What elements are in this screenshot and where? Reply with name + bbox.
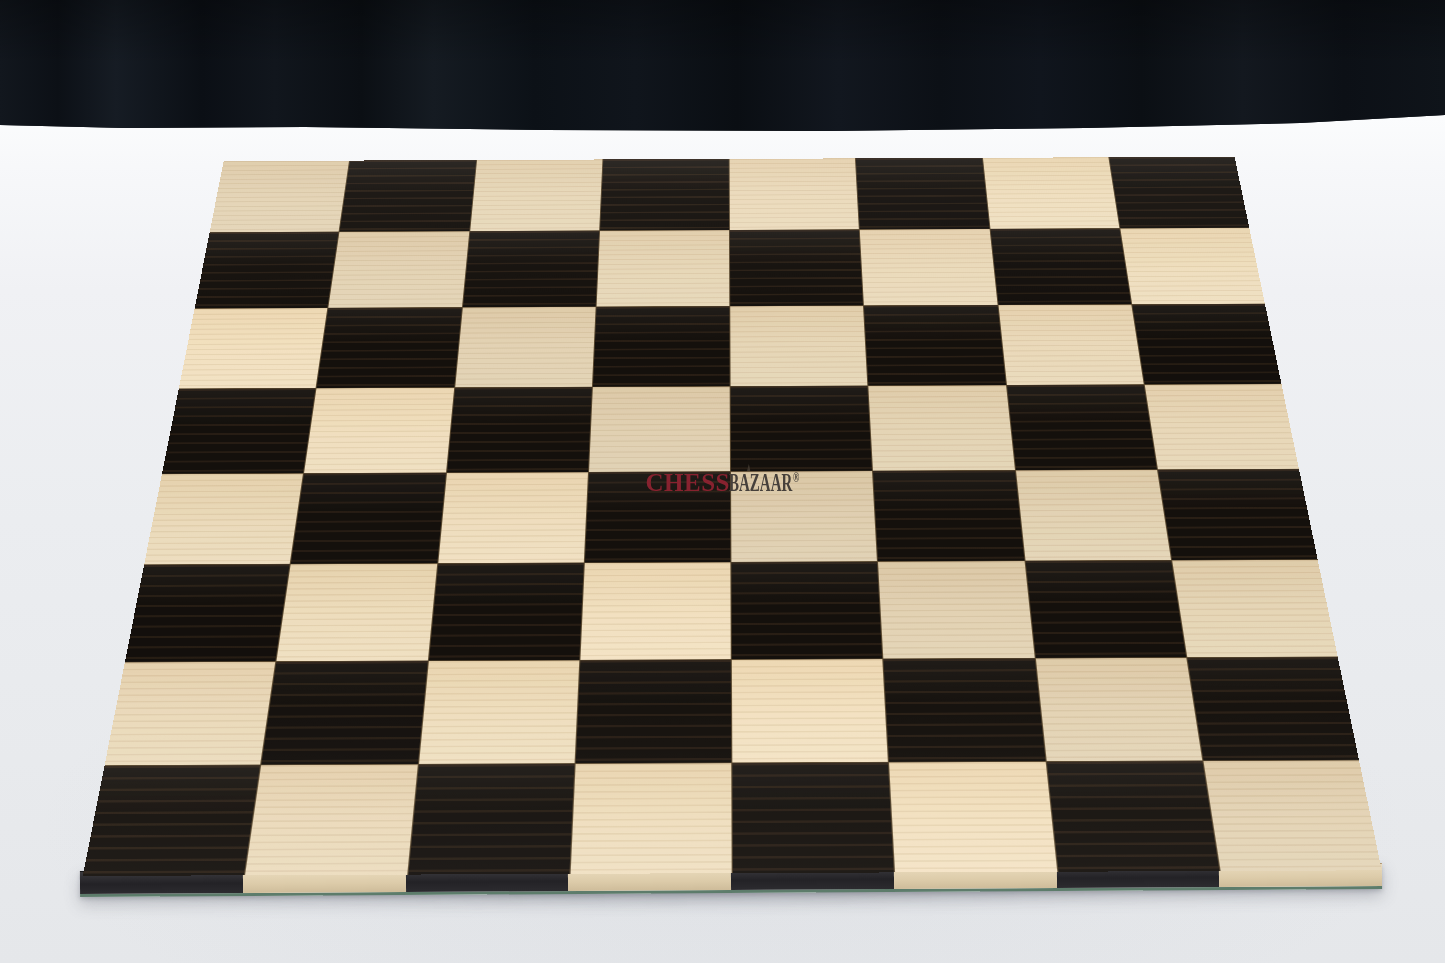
square-c8: [470, 159, 602, 231]
square-f6: [864, 305, 1005, 385]
square-e2: [732, 659, 888, 762]
registered-mark: ®: [793, 470, 799, 485]
square-b4: [291, 473, 446, 564]
square-b2: [262, 661, 428, 765]
square-b1: [245, 764, 417, 875]
square-f5: [869, 385, 1015, 470]
backdrop-curtain: [0, 0, 1445, 136]
square-a5: [162, 388, 316, 473]
square-h2: [1187, 657, 1359, 760]
square-h8: [1109, 157, 1249, 229]
square-a6: [179, 308, 328, 388]
square-g4: [1016, 470, 1171, 561]
square-d2: [575, 659, 731, 762]
square-a3: [125, 565, 290, 662]
square-e3: [731, 562, 882, 659]
square-d3: [580, 563, 731, 660]
square-b8: [340, 160, 476, 232]
square-d5: [589, 386, 730, 471]
square-h3: [1172, 560, 1338, 657]
square-g7: [990, 229, 1131, 305]
chess-board: [83, 157, 1382, 876]
square-g6: [998, 304, 1143, 384]
square-f3: [878, 561, 1034, 658]
square-c3: [428, 563, 583, 660]
square-f7: [860, 229, 997, 305]
square-a2: [105, 661, 276, 765]
square-e8: [730, 158, 859, 230]
square-f1: [889, 762, 1056, 873]
square-f2: [884, 658, 1045, 761]
square-d1: [570, 763, 731, 874]
square-h4: [1158, 469, 1318, 560]
square-c2: [418, 660, 579, 763]
square-f8: [856, 158, 989, 230]
square-a4: [144, 474, 303, 565]
brand-logo-bazaar-wrap: BAZAAR®: [729, 470, 799, 495]
square-c4: [438, 472, 588, 563]
square-g1: [1046, 761, 1219, 872]
square-e7: [730, 230, 863, 306]
square-b5: [304, 388, 453, 473]
square-f4: [873, 471, 1024, 562]
square-e1: [732, 762, 894, 873]
square-d8: [600, 159, 729, 231]
square-a7: [195, 232, 339, 308]
brand-logo-chess-text: CHESS: [646, 470, 730, 495]
square-d6: [593, 306, 730, 386]
square-a1: [83, 765, 261, 876]
square-h5: [1144, 384, 1298, 469]
square-g2: [1035, 658, 1202, 761]
square-d7: [596, 230, 729, 306]
square-h1: [1203, 760, 1382, 871]
square-c6: [455, 307, 596, 387]
brand-logo-bazaar-text: BAZAAR: [729, 469, 792, 496]
square-a8: [210, 161, 350, 233]
square-c1: [408, 764, 574, 875]
square-b3: [277, 564, 437, 661]
square-g3: [1025, 561, 1186, 658]
square-c7: [462, 231, 598, 307]
square-g5: [1007, 385, 1157, 470]
product-photo-stage: CHESS BAZAAR®: [0, 0, 1445, 963]
square-b6: [317, 307, 462, 387]
square-g8: [983, 157, 1120, 229]
square-h6: [1132, 304, 1281, 384]
square-e5: [731, 386, 873, 471]
square-b7: [329, 232, 469, 308]
square-h7: [1120, 228, 1265, 304]
square-e6: [730, 306, 867, 386]
square-c5: [447, 387, 592, 472]
